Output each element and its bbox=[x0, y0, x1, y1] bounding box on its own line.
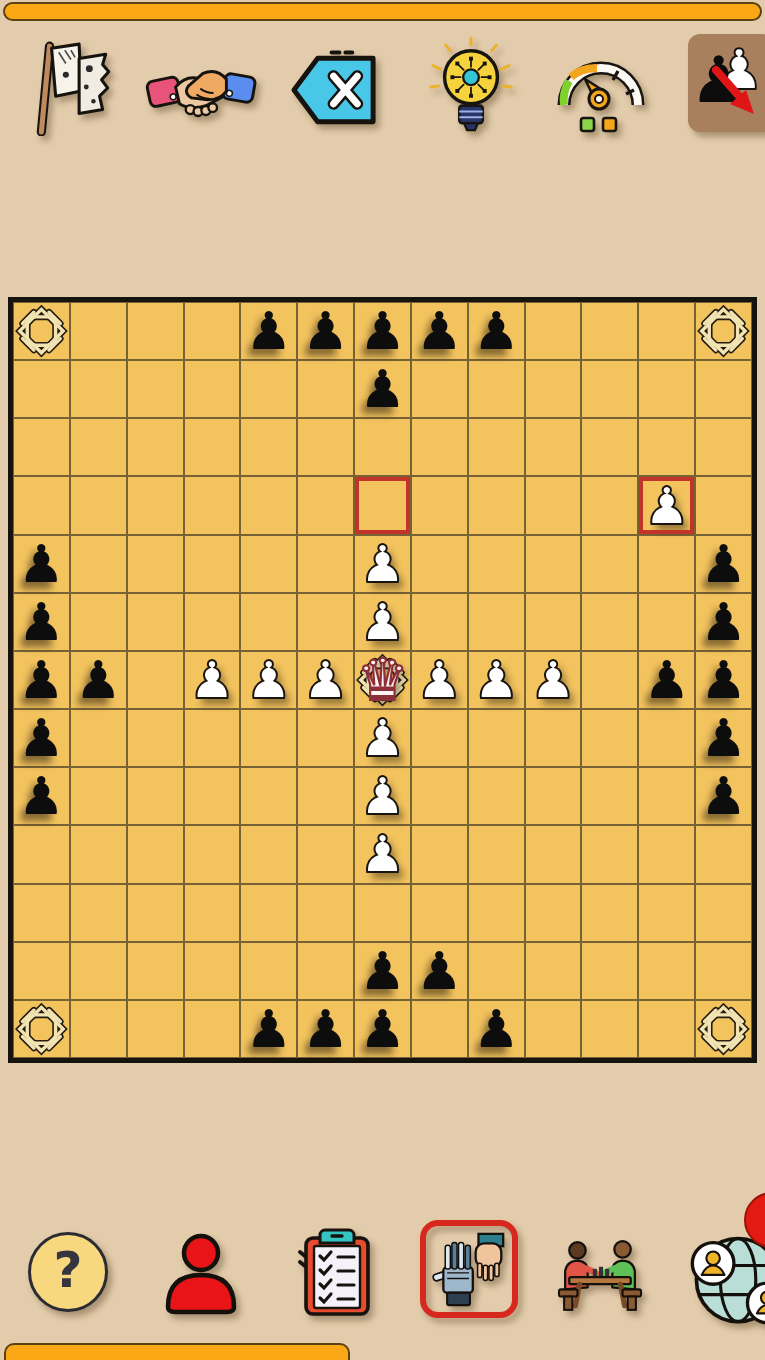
attacker-pawn[interactable]: ♟ bbox=[302, 1003, 349, 1055]
handshake-icon bbox=[144, 50, 258, 134]
board-cell[interactable] bbox=[468, 884, 525, 942]
board-cell[interactable] bbox=[411, 418, 468, 476]
profile-button[interactable] bbox=[158, 1230, 244, 1316]
board-cell[interactable]: ♟ bbox=[240, 1000, 297, 1058]
attacker-pawn[interactable]: ♟ bbox=[700, 654, 747, 706]
board-cell[interactable] bbox=[638, 1000, 695, 1058]
board-cell[interactable] bbox=[127, 476, 184, 534]
board-cell[interactable] bbox=[127, 418, 184, 476]
board-cell[interactable] bbox=[127, 302, 184, 360]
board-cell[interactable]: ♟ bbox=[695, 767, 752, 825]
defender-pawn[interactable]: ♟ bbox=[359, 538, 406, 590]
board-cell[interactable] bbox=[127, 825, 184, 883]
board-cell[interactable] bbox=[695, 476, 752, 534]
board-cell[interactable] bbox=[468, 535, 525, 593]
board-cell[interactable]: ♟ bbox=[695, 593, 752, 651]
board-cell[interactable] bbox=[240, 825, 297, 883]
attacker-pawn[interactable]: ♟ bbox=[18, 712, 65, 764]
board-cell[interactable] bbox=[70, 767, 127, 825]
board-cell[interactable] bbox=[127, 767, 184, 825]
board-cell[interactable] bbox=[638, 302, 695, 360]
board-cell[interactable] bbox=[354, 476, 411, 534]
board-cell[interactable] bbox=[581, 418, 638, 476]
board-cell[interactable] bbox=[13, 1000, 70, 1058]
board-cell[interactable]: ♟ bbox=[13, 767, 70, 825]
board-cell[interactable] bbox=[127, 593, 184, 651]
board-cell[interactable] bbox=[297, 418, 354, 476]
board-cell[interactable] bbox=[184, 1000, 241, 1058]
robot-hand-vs-human-hand-icon bbox=[431, 1229, 507, 1309]
board-cell[interactable]: ♟ bbox=[13, 709, 70, 767]
board-cell[interactable] bbox=[127, 535, 184, 593]
gauge-icon bbox=[554, 42, 648, 138]
board-cell[interactable] bbox=[525, 418, 582, 476]
board-cell[interactable]: ♛ bbox=[354, 651, 411, 709]
clipboard-checklist-icon bbox=[294, 1226, 378, 1320]
board-cell[interactable] bbox=[695, 825, 752, 883]
board-cell[interactable] bbox=[581, 360, 638, 418]
board-cell[interactable] bbox=[695, 418, 752, 476]
attacker-pawn[interactable]: ♟ bbox=[18, 770, 65, 822]
board-cell[interactable] bbox=[184, 476, 241, 534]
board-cell[interactable] bbox=[13, 476, 70, 534]
board-cell[interactable] bbox=[297, 825, 354, 883]
board-cell[interactable]: ♟ bbox=[13, 593, 70, 651]
defender-pawn[interactable]: ♟ bbox=[359, 596, 406, 648]
board-cell[interactable] bbox=[354, 418, 411, 476]
board-cell[interactable]: ♟ bbox=[695, 651, 752, 709]
red-arrow-icon bbox=[688, 34, 765, 132]
board-cell[interactable] bbox=[525, 535, 582, 593]
board-cell[interactable]: ♟ bbox=[411, 651, 468, 709]
board-cell[interactable]: ♟ bbox=[240, 651, 297, 709]
board-cell[interactable] bbox=[411, 884, 468, 942]
board-cell[interactable] bbox=[184, 535, 241, 593]
board-cell[interactable] bbox=[13, 942, 70, 1000]
defender-pawn[interactable]: ♟ bbox=[302, 654, 349, 706]
board-cell[interactable]: ♟ bbox=[354, 825, 411, 883]
defender-pawn[interactable]: ♟ bbox=[643, 480, 690, 532]
board-cell[interactable] bbox=[695, 884, 752, 942]
board-cell[interactable] bbox=[468, 593, 525, 651]
board-cell[interactable] bbox=[184, 418, 241, 476]
ai-lightbulb-icon bbox=[426, 36, 516, 140]
board-cell[interactable] bbox=[411, 767, 468, 825]
board-cell[interactable] bbox=[240, 360, 297, 418]
board-cell[interactable] bbox=[70, 942, 127, 1000]
board-cell[interactable] bbox=[297, 884, 354, 942]
board-cell[interactable] bbox=[525, 767, 582, 825]
board-cell[interactable] bbox=[127, 1000, 184, 1058]
board-cell[interactable] bbox=[13, 302, 70, 360]
board-cell[interactable] bbox=[297, 535, 354, 593]
board-cell[interactable]: ♟ bbox=[13, 535, 70, 593]
hint-button[interactable] bbox=[426, 36, 516, 140]
attacker-pawn[interactable]: ♟ bbox=[245, 1003, 292, 1055]
board-cell[interactable]: ♟ bbox=[525, 651, 582, 709]
board-cell[interactable] bbox=[127, 709, 184, 767]
hnefatafl-app-screen: ♟ ♟ ♟♟♟♟♟ ♟♟♟♟♟♟♟♟♟♟♟♟♟ bbox=[0, 0, 765, 1360]
board-cell[interactable] bbox=[638, 360, 695, 418]
board-cell[interactable] bbox=[638, 593, 695, 651]
board-cell[interactable] bbox=[70, 535, 127, 593]
board-cell[interactable]: ♟ bbox=[695, 709, 752, 767]
board-cell[interactable]: ♟ bbox=[354, 767, 411, 825]
board-cell[interactable] bbox=[581, 709, 638, 767]
vs-computer-button[interactable] bbox=[420, 1220, 518, 1318]
backspace-x-icon bbox=[288, 50, 382, 130]
board-cell[interactable] bbox=[240, 942, 297, 1000]
board-cell[interactable] bbox=[184, 942, 241, 1000]
board-cell[interactable] bbox=[581, 825, 638, 883]
difficulty-button[interactable] bbox=[554, 42, 648, 138]
board-cell[interactable] bbox=[240, 884, 297, 942]
board-cell[interactable] bbox=[240, 476, 297, 534]
board-cell[interactable] bbox=[638, 825, 695, 883]
board-cell[interactable]: ♟ bbox=[354, 942, 411, 1000]
attacker-pawn[interactable]: ♟ bbox=[18, 596, 65, 648]
board-cell[interactable] bbox=[127, 884, 184, 942]
cancel-undo-button[interactable] bbox=[288, 50, 382, 130]
board-cell[interactable] bbox=[70, 884, 127, 942]
board-cell[interactable] bbox=[468, 767, 525, 825]
board-cell[interactable] bbox=[354, 884, 411, 942]
board-cell[interactable]: ♟ bbox=[297, 1000, 354, 1058]
board-cell[interactable]: ♟ bbox=[411, 302, 468, 360]
attacker-pawn[interactable]: ♟ bbox=[359, 305, 406, 357]
board-cell[interactable] bbox=[297, 942, 354, 1000]
defender-pawn[interactable]: ♟ bbox=[416, 654, 463, 706]
board-cell[interactable] bbox=[70, 593, 127, 651]
board-cell[interactable]: ♟ bbox=[354, 302, 411, 360]
board-cell[interactable] bbox=[581, 302, 638, 360]
board-cell[interactable]: ♟ bbox=[411, 942, 468, 1000]
board-cell[interactable] bbox=[468, 709, 525, 767]
tafl-board[interactable]: ♟♟♟♟♟ ♟♟♟♟♟♟♟♟♟♟♟♟♟ ♛♟♟♟♟♟♟♟♟♟♟♟♟♟♟ bbox=[8, 297, 757, 1063]
board-cell[interactable] bbox=[581, 942, 638, 1000]
board-cell[interactable] bbox=[638, 418, 695, 476]
board-cell[interactable] bbox=[127, 360, 184, 418]
board-cell[interactable]: ♟ bbox=[354, 593, 411, 651]
board-cell[interactable] bbox=[581, 767, 638, 825]
board-cell[interactable] bbox=[581, 535, 638, 593]
board-cell[interactable] bbox=[468, 476, 525, 534]
board-cell[interactable] bbox=[525, 942, 582, 1000]
board-cell[interactable]: ♟ bbox=[638, 651, 695, 709]
board-cell[interactable] bbox=[184, 825, 241, 883]
board-cell[interactable] bbox=[297, 360, 354, 418]
attacker-pawn[interactable]: ♟ bbox=[359, 1003, 406, 1055]
board-cell[interactable] bbox=[70, 825, 127, 883]
board-cell[interactable] bbox=[525, 1000, 582, 1058]
board-cell[interactable] bbox=[240, 709, 297, 767]
board-cell[interactable] bbox=[127, 942, 184, 1000]
board-cell[interactable]: ♟ bbox=[184, 651, 241, 709]
board-cell[interactable]: ♟ bbox=[468, 1000, 525, 1058]
surrender-button[interactable] bbox=[28, 38, 118, 136]
board-cell[interactable] bbox=[411, 360, 468, 418]
board-cell[interactable] bbox=[411, 1000, 468, 1058]
board-cell[interactable]: ♟ bbox=[468, 651, 525, 709]
attacker-pawn[interactable]: ♟ bbox=[18, 654, 65, 706]
board-cell[interactable]: ♟ bbox=[70, 651, 127, 709]
attacker-pawn[interactable]: ♟ bbox=[700, 596, 747, 648]
board-cell[interactable] bbox=[525, 302, 582, 360]
board-cell[interactable] bbox=[525, 360, 582, 418]
board-cell[interactable] bbox=[468, 825, 525, 883]
board-cell[interactable] bbox=[184, 302, 241, 360]
board-cell[interactable] bbox=[638, 535, 695, 593]
last-move-from-highlight bbox=[355, 477, 410, 533]
board-cell[interactable] bbox=[127, 651, 184, 709]
board-cell[interactable] bbox=[411, 535, 468, 593]
board-cell[interactable] bbox=[70, 709, 127, 767]
board-cell[interactable]: ♟ bbox=[638, 476, 695, 534]
board-cell[interactable]: ♟ bbox=[240, 302, 297, 360]
defender-pawn[interactable]: ♟ bbox=[359, 828, 406, 880]
board-cell[interactable] bbox=[525, 709, 582, 767]
attacker-pawn[interactable]: ♟ bbox=[643, 654, 690, 706]
attacker-pawn[interactable]: ♟ bbox=[359, 363, 406, 415]
board-cell[interactable] bbox=[13, 884, 70, 942]
board-cell[interactable] bbox=[70, 1000, 127, 1058]
board-cell[interactable] bbox=[240, 418, 297, 476]
celtic-knot-icon bbox=[15, 304, 68, 358]
local-two-player-button[interactable] bbox=[550, 1234, 650, 1316]
board-cell[interactable] bbox=[13, 418, 70, 476]
attacker-pawn[interactable]: ♟ bbox=[416, 305, 463, 357]
white-flag-icon bbox=[28, 38, 118, 136]
attacker-pawn[interactable]: ♟ bbox=[359, 945, 406, 997]
board-cell[interactable] bbox=[525, 884, 582, 942]
attacker-pawn[interactable]: ♟ bbox=[18, 538, 65, 590]
board-cell[interactable] bbox=[411, 476, 468, 534]
board-cell[interactable] bbox=[525, 825, 582, 883]
board-cell[interactable] bbox=[638, 884, 695, 942]
board-cell[interactable] bbox=[70, 302, 127, 360]
attacker-pawn[interactable]: ♟ bbox=[700, 712, 747, 764]
board-cell[interactable] bbox=[468, 942, 525, 1000]
turn-indicator-button[interactable]: ♟ ♟ bbox=[688, 34, 765, 132]
board-cell[interactable] bbox=[184, 593, 241, 651]
board-cell[interactable] bbox=[581, 593, 638, 651]
board-cell[interactable] bbox=[695, 360, 752, 418]
board-cell[interactable] bbox=[525, 476, 582, 534]
bottom-status-bar bbox=[4, 1343, 350, 1360]
board-cell[interactable] bbox=[411, 709, 468, 767]
board-cell[interactable] bbox=[70, 418, 127, 476]
globe-players-icon bbox=[684, 1226, 765, 1330]
rules-button[interactable] bbox=[294, 1226, 378, 1320]
king-piece[interactable]: ♛ bbox=[356, 651, 408, 709]
board-cell[interactable] bbox=[184, 360, 241, 418]
board-cell[interactable]: ♟ bbox=[695, 535, 752, 593]
defender-pawn[interactable]: ♟ bbox=[359, 770, 406, 822]
board-cell[interactable] bbox=[695, 1000, 752, 1058]
board-cell[interactable] bbox=[581, 884, 638, 942]
board-cell[interactable] bbox=[411, 593, 468, 651]
board-cell[interactable]: ♟ bbox=[468, 302, 525, 360]
celtic-knot-icon bbox=[697, 304, 750, 358]
defender-pawn[interactable]: ♟ bbox=[245, 654, 292, 706]
board-cell[interactable] bbox=[297, 476, 354, 534]
board-cell[interactable] bbox=[297, 593, 354, 651]
offer-draw-button[interactable] bbox=[144, 50, 258, 134]
attacker-pawn[interactable]: ♟ bbox=[700, 538, 747, 590]
board-cell[interactable] bbox=[184, 767, 241, 825]
board-cell[interactable] bbox=[297, 767, 354, 825]
board-cell[interactable] bbox=[525, 593, 582, 651]
board-cell[interactable] bbox=[184, 709, 241, 767]
online-multiplayer-button[interactable] bbox=[684, 1226, 765, 1330]
board-cell[interactable] bbox=[70, 476, 127, 534]
board-cell[interactable] bbox=[13, 825, 70, 883]
board-cell[interactable]: ♟ bbox=[354, 360, 411, 418]
board-cell[interactable] bbox=[13, 360, 70, 418]
board-cell[interactable]: ♟ bbox=[297, 302, 354, 360]
board-cell[interactable] bbox=[70, 360, 127, 418]
board-cell[interactable] bbox=[240, 593, 297, 651]
board-cell[interactable]: ♟ bbox=[297, 651, 354, 709]
red-person-icon bbox=[158, 1230, 244, 1316]
board-cell[interactable] bbox=[411, 825, 468, 883]
board-cell[interactable] bbox=[297, 709, 354, 767]
celtic-knot-icon bbox=[15, 1002, 68, 1056]
board-cell[interactable] bbox=[695, 302, 752, 360]
attacker-pawn[interactable]: ♟ bbox=[700, 770, 747, 822]
defender-pawn[interactable]: ♟ bbox=[530, 654, 577, 706]
board-cell[interactable] bbox=[581, 1000, 638, 1058]
board-cell[interactable] bbox=[581, 651, 638, 709]
board-cell[interactable]: ♟ bbox=[354, 1000, 411, 1058]
attacker-pawn[interactable]: ♟ bbox=[416, 945, 463, 997]
board-cell[interactable] bbox=[468, 360, 525, 418]
board-cell[interactable] bbox=[240, 767, 297, 825]
attacker-pawn[interactable]: ♟ bbox=[245, 305, 292, 357]
board-cell[interactable] bbox=[468, 418, 525, 476]
board-cell[interactable]: ♟ bbox=[13, 651, 70, 709]
defender-pawn[interactable]: ♟ bbox=[359, 712, 406, 764]
two-players-at-table-icon bbox=[550, 1234, 650, 1316]
board-cell[interactable] bbox=[695, 942, 752, 1000]
board-cell[interactable] bbox=[581, 476, 638, 534]
board-cell[interactable] bbox=[240, 535, 297, 593]
attacker-pawn[interactable]: ♟ bbox=[75, 654, 122, 706]
defender-pawn[interactable]: ♟ bbox=[473, 654, 520, 706]
question-mark-icon: ? bbox=[53, 1241, 82, 1299]
board-cell[interactable] bbox=[638, 709, 695, 767]
attacker-pawn[interactable]: ♟ bbox=[473, 305, 520, 357]
top-status-bar bbox=[3, 2, 762, 21]
board-cell[interactable]: ♟ bbox=[354, 709, 411, 767]
defender-pawn[interactable]: ♟ bbox=[189, 654, 236, 706]
attacker-pawn[interactable]: ♟ bbox=[302, 305, 349, 357]
celtic-knot-icon bbox=[697, 1002, 750, 1056]
board-cell[interactable] bbox=[638, 942, 695, 1000]
board-cell[interactable] bbox=[184, 884, 241, 942]
help-button[interactable]: ? bbox=[28, 1232, 108, 1312]
attacker-pawn[interactable]: ♟ bbox=[473, 1003, 520, 1055]
board-cell[interactable]: ♟ bbox=[354, 535, 411, 593]
board-cell[interactable] bbox=[638, 767, 695, 825]
